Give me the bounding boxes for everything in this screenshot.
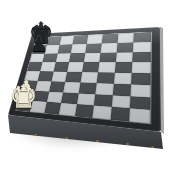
square-h7 (133, 42, 151, 52)
square-e1 (75, 104, 94, 117)
square-g7 (116, 42, 133, 52)
chess-set-photo: ♜♞♝♛♚♝♞♜♟♟♟♟♟♟♟♟♟♟♟♟♟♟♟♟♜♞♝♛♚♝♞♜ (0, 0, 170, 170)
chess-board (8, 27, 161, 132)
hinge-pin (96, 140, 99, 142)
square-g5 (114, 62, 132, 73)
square-g1 (110, 107, 130, 122)
square-h5 (132, 62, 151, 73)
square-g6 (115, 52, 133, 62)
square-e4 (80, 72, 97, 83)
square-h8 (134, 32, 152, 42)
hinge-pin (34, 134, 37, 136)
hinge-pin (151, 146, 154, 148)
hinge-pin (126, 143, 129, 145)
square-f6 (99, 52, 116, 62)
square-g4 (113, 73, 132, 85)
square-e5 (82, 62, 99, 72)
board-grid (15, 32, 152, 125)
square-f7 (100, 43, 117, 53)
square-f4 (96, 72, 114, 83)
square-h1 (129, 108, 150, 123)
square-h4 (131, 73, 150, 85)
square-f1 (92, 106, 111, 120)
square-h6 (132, 52, 150, 63)
square-f5 (98, 62, 116, 72)
hinge-pin (65, 137, 68, 139)
square-e6 (84, 53, 101, 63)
square-e7 (85, 43, 101, 52)
